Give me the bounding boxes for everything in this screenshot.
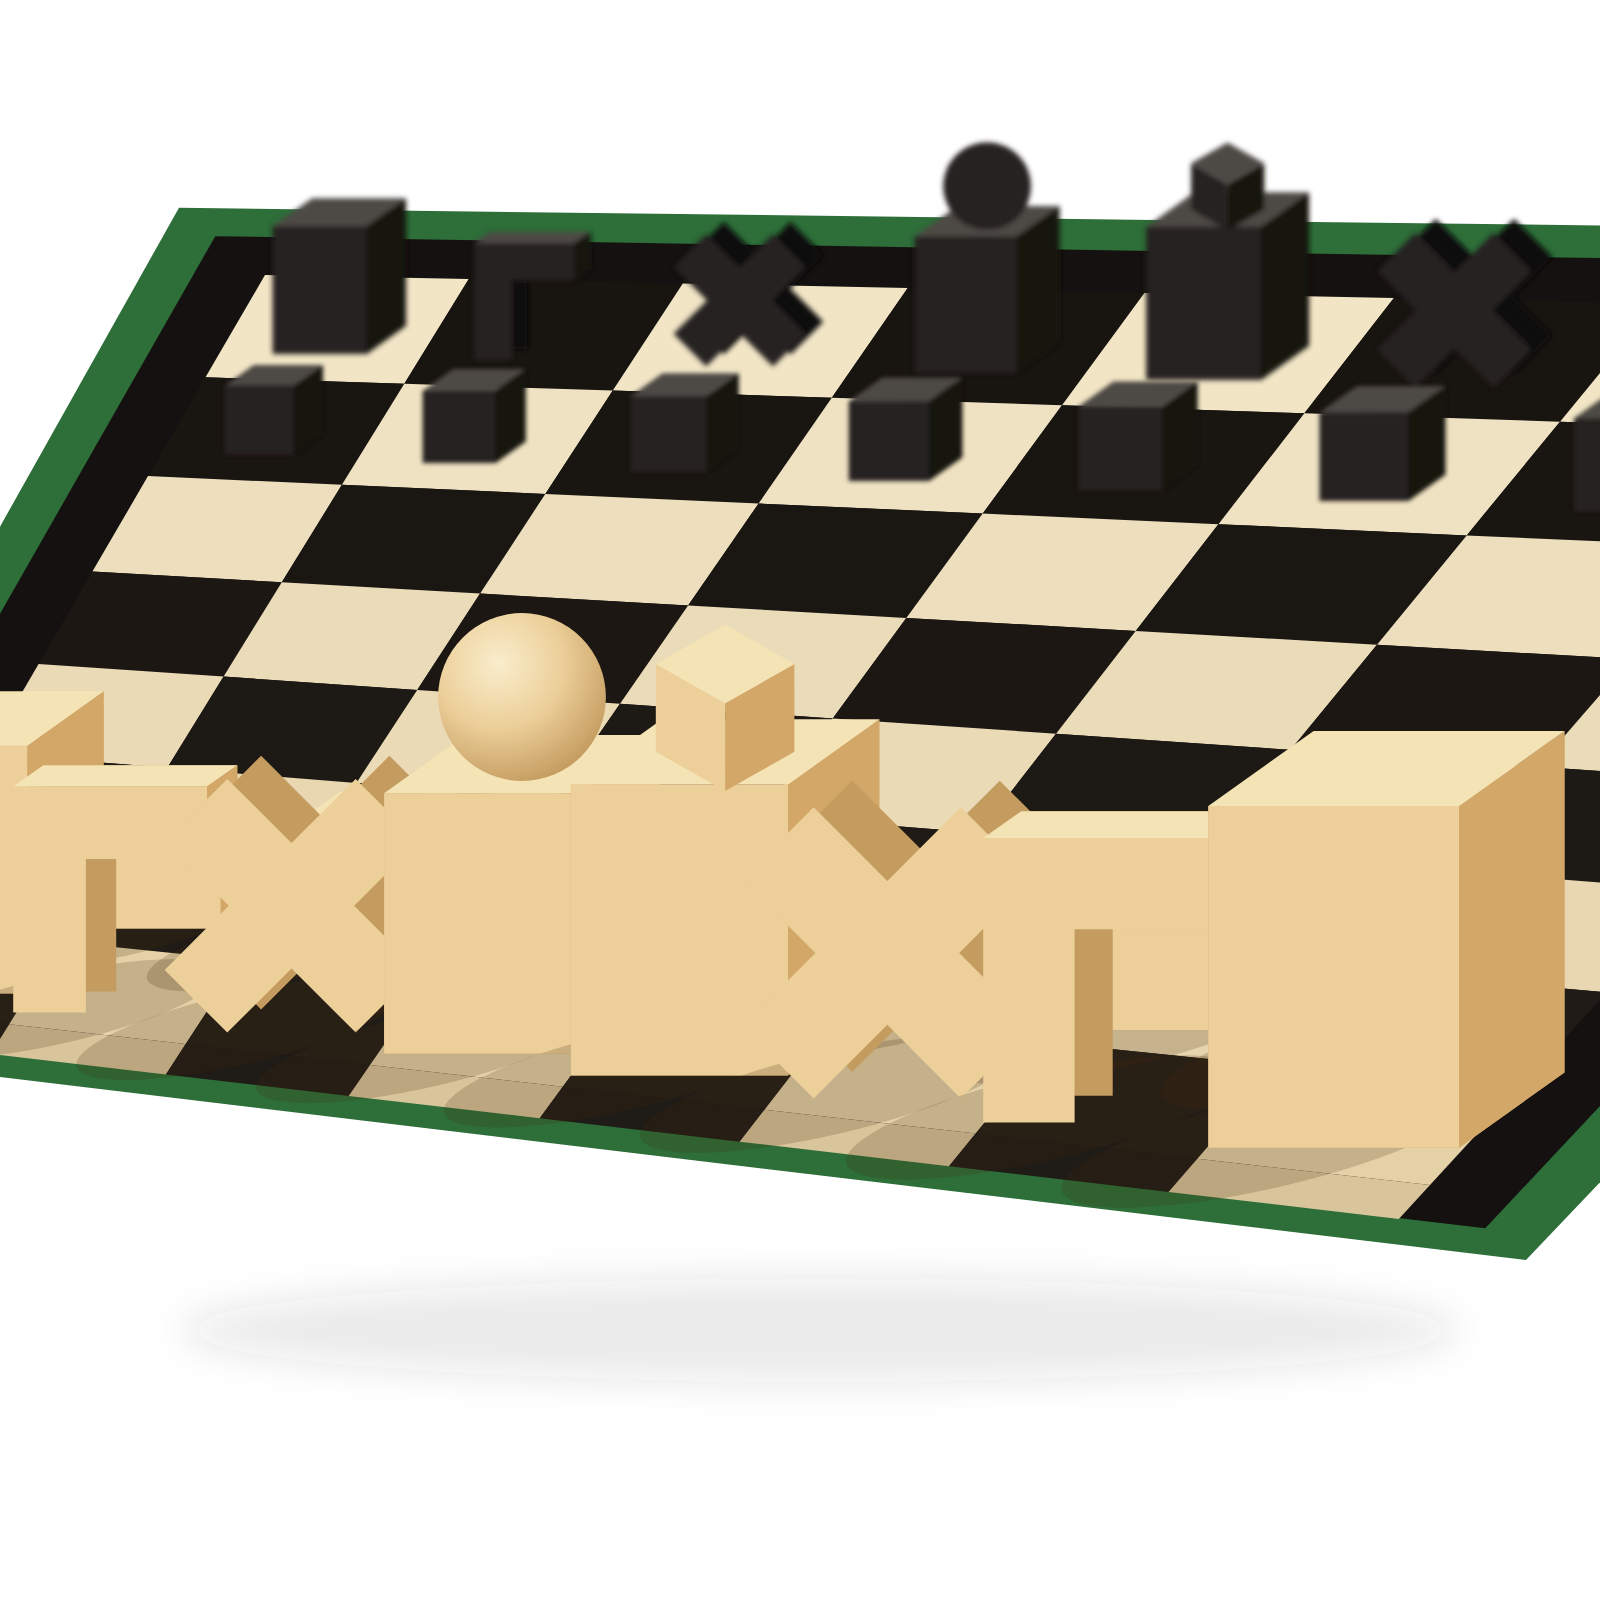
black-pawn-e7-piece-front-face bbox=[1078, 407, 1162, 491]
white-queen-d1-piece-ball bbox=[438, 613, 606, 781]
black-pawn-b7-piece-front-face bbox=[423, 391, 495, 463]
black-queen-d8-piece: ♛ d8 bbox=[915, 142, 1060, 373]
black-pawn-f7-piece-front-face bbox=[1320, 412, 1408, 501]
black-pawn-a7-piece: ♟ a7 bbox=[225, 365, 323, 455]
black-queen-d8-piece-cube-front-face bbox=[915, 237, 1017, 373]
black-pawn-d7-piece-front-face bbox=[849, 401, 929, 481]
black-pawn-b7-piece: ♟ b7 bbox=[423, 369, 526, 463]
white-knight-b1-piece-top-face bbox=[13, 765, 237, 786]
board-ground-shadow bbox=[180, 1278, 1460, 1382]
black-king-e8-piece-cube-front-face bbox=[1146, 227, 1260, 380]
black-knight-b8-piece-top-face bbox=[474, 232, 590, 243]
black-queen-d8-piece-ball bbox=[943, 142, 1031, 230]
black-pawn-a7-piece-front-face bbox=[225, 386, 294, 455]
black-pawn-c7-piece: ♟ c7 bbox=[631, 373, 739, 472]
black-king-e8-piece: ♚ e8 bbox=[1146, 143, 1309, 381]
black-pawn-c7-piece-front-face bbox=[631, 396, 707, 472]
black-pawn-f7-piece: ♟ f7 bbox=[1320, 386, 1446, 501]
white-rook-h1-piece-front-face bbox=[1208, 806, 1459, 1148]
black-pawn-d7-piece: ♟ d7 bbox=[849, 377, 962, 481]
black-pawn-e7-piece: ♟ e7 bbox=[1078, 382, 1197, 491]
black-rook-a8-piece-front-face bbox=[273, 226, 367, 354]
black-rook-a8-piece: ♜ a8 bbox=[273, 198, 406, 354]
white-queen-d1-piece-cube-front-face bbox=[384, 793, 578, 1053]
bauhaus-chess-board-scene: ♜ a8♞ b8♝ c8♛ d8♚ e8♝ f8♞ g8♜ h8♟ a7♟ b7… bbox=[0, 0, 1600, 1600]
black-pawn-g7-piece-front-face bbox=[1574, 418, 1600, 511]
photo-canvas: ♜ a8♞ b8♝ c8♛ d8♚ e8♝ f8♞ g8♜ h8♟ a7♟ b7… bbox=[0, 0, 1600, 1600]
